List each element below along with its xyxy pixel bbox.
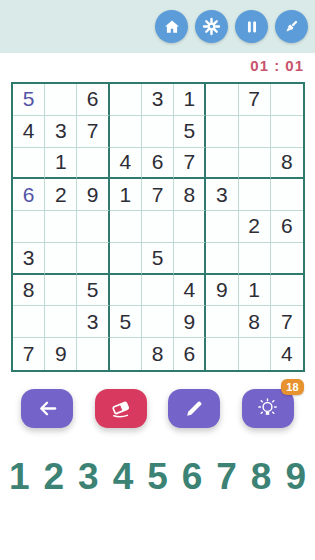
numpad-5[interactable]: 5 — [147, 455, 168, 499]
cell-r7c8[interactable]: 1 — [239, 275, 271, 307]
cell-r3c9[interactable]: 8 — [271, 148, 303, 180]
brush-icon — [282, 17, 301, 36]
numpad-9[interactable]: 9 — [285, 455, 306, 499]
cell-r1c7[interactable] — [206, 84, 238, 116]
cell-r2c9[interactable] — [271, 116, 303, 148]
cell-r9c6[interactable]: 6 — [174, 338, 206, 370]
numpad-2[interactable]: 2 — [44, 455, 65, 499]
hint-count-badge: 18 — [281, 379, 303, 395]
eraser-icon — [109, 397, 132, 420]
cell-r5c7[interactable] — [206, 211, 238, 243]
cell-r9c9[interactable]: 4 — [271, 338, 303, 370]
cell-r3c5[interactable]: 6 — [142, 148, 174, 180]
cell-r6c2[interactable] — [45, 243, 77, 275]
cell-r1c8[interactable]: 7 — [239, 84, 271, 116]
cell-r5c3[interactable] — [77, 211, 109, 243]
number-pad: 1 2 3 4 5 6 7 8 9 — [0, 455, 315, 499]
cell-r8c8[interactable]: 8 — [239, 306, 271, 338]
cell-r1c2[interactable] — [45, 84, 77, 116]
cell-r6c5[interactable]: 5 — [142, 243, 174, 275]
hint-button[interactable]: 18 — [242, 389, 294, 428]
action-toolbar: 18 — [0, 388, 315, 428]
cell-r7c7[interactable]: 9 — [206, 275, 238, 307]
cell-r8c1[interactable] — [13, 306, 45, 338]
cell-r7c3[interactable]: 5 — [77, 275, 109, 307]
cell-r8c4[interactable]: 5 — [110, 306, 142, 338]
cell-r8c5[interactable] — [142, 306, 174, 338]
cell-r4c3[interactable]: 9 — [77, 179, 109, 211]
cell-r3c2[interactable]: 1 — [45, 148, 77, 180]
cell-r4c9[interactable] — [271, 179, 303, 211]
cell-r6c1[interactable]: 3 — [13, 243, 45, 275]
pencil-icon — [184, 398, 205, 419]
cell-r7c2[interactable] — [45, 275, 77, 307]
cell-r9c2[interactable]: 9 — [45, 338, 77, 370]
cell-r7c6[interactable]: 4 — [174, 275, 206, 307]
top-bar — [0, 0, 315, 53]
cell-r5c6[interactable] — [174, 211, 206, 243]
sudoku-app: 01 : 01 56317437514678629178326358549135… — [0, 0, 315, 560]
cell-r3c7[interactable] — [206, 148, 238, 180]
cell-r1c3[interactable]: 6 — [77, 84, 109, 116]
erase-button[interactable] — [95, 389, 147, 428]
cell-r7c5[interactable] — [142, 275, 174, 307]
cell-r4c4[interactable]: 1 — [110, 179, 142, 211]
pause-icon — [243, 18, 261, 36]
settings-button[interactable] — [195, 10, 228, 43]
cell-r4c7[interactable]: 3 — [206, 179, 238, 211]
cell-r5c2[interactable] — [45, 211, 77, 243]
cell-r3c6[interactable]: 7 — [174, 148, 206, 180]
numpad-3[interactable]: 3 — [78, 455, 99, 499]
cell-r3c1[interactable] — [13, 148, 45, 180]
cell-r9c4[interactable] — [110, 338, 142, 370]
cell-r4c1[interactable]: 6 — [13, 179, 45, 211]
numpad-7[interactable]: 7 — [216, 455, 237, 499]
cell-r1c5[interactable]: 3 — [142, 84, 174, 116]
cell-r6c4[interactable] — [110, 243, 142, 275]
cell-r6c6[interactable] — [174, 243, 206, 275]
cell-r6c7[interactable] — [206, 243, 238, 275]
cell-r7c4[interactable] — [110, 275, 142, 307]
cell-r2c1[interactable]: 4 — [13, 116, 45, 148]
cell-r9c7[interactable] — [206, 338, 238, 370]
cell-r6c3[interactable] — [77, 243, 109, 275]
cell-r2c3[interactable]: 7 — [77, 116, 109, 148]
cell-r1c1[interactable]: 5 — [13, 84, 45, 116]
cell-r9c5[interactable]: 8 — [142, 338, 174, 370]
numpad-1[interactable]: 1 — [9, 455, 30, 499]
cell-r2c7[interactable] — [206, 116, 238, 148]
cell-r7c1[interactable]: 8 — [13, 275, 45, 307]
cell-r9c3[interactable] — [77, 338, 109, 370]
cell-r2c5[interactable] — [142, 116, 174, 148]
cell-r8c6[interactable]: 9 — [174, 306, 206, 338]
cell-r3c4[interactable]: 4 — [110, 148, 142, 180]
theme-button[interactable] — [275, 10, 308, 43]
numpad-4[interactable]: 4 — [113, 455, 134, 499]
cell-r6c9[interactable] — [271, 243, 303, 275]
cell-r9c8[interactable] — [239, 338, 271, 370]
cell-r2c8[interactable] — [239, 116, 271, 148]
lightbulb-icon — [256, 397, 279, 420]
cell-r1c4[interactable] — [110, 84, 142, 116]
cell-r9c1[interactable]: 7 — [13, 338, 45, 370]
cell-r4c2[interactable]: 2 — [45, 179, 77, 211]
cell-r2c2[interactable]: 3 — [45, 116, 77, 148]
pencil-button[interactable] — [168, 389, 220, 428]
cell-r1c9[interactable] — [271, 84, 303, 116]
cell-r2c6[interactable]: 5 — [174, 116, 206, 148]
cell-r4c8[interactable] — [239, 179, 271, 211]
cell-r8c3[interactable]: 3 — [77, 306, 109, 338]
cell-r2c4[interactable] — [110, 116, 142, 148]
cell-r8c2[interactable] — [45, 306, 77, 338]
cell-r3c8[interactable] — [239, 148, 271, 180]
cell-r5c4[interactable] — [110, 211, 142, 243]
numpad-8[interactable]: 8 — [251, 455, 272, 499]
undo-arrow-icon — [36, 397, 59, 420]
pause-button[interactable] — [235, 10, 268, 43]
gear-icon — [202, 17, 221, 36]
cell-r6c8[interactable] — [239, 243, 271, 275]
cell-r5c5[interactable] — [142, 211, 174, 243]
cell-r4c5[interactable]: 7 — [142, 179, 174, 211]
cell-r3c3[interactable] — [77, 148, 109, 180]
undo-button[interactable] — [21, 389, 73, 428]
cell-r5c1[interactable] — [13, 211, 45, 243]
cell-r8c7[interactable] — [206, 306, 238, 338]
sudoku-board: 5631743751467862917832635854913598779864 — [11, 82, 305, 372]
home-button[interactable] — [155, 10, 188, 43]
home-icon — [163, 18, 181, 36]
cell-r8c9[interactable]: 7 — [271, 306, 303, 338]
numpad-6[interactable]: 6 — [182, 455, 203, 499]
cell-r1c6[interactable]: 1 — [174, 84, 206, 116]
cell-r5c8[interactable]: 2 — [239, 211, 271, 243]
cell-r4c6[interactable]: 8 — [174, 179, 206, 211]
cell-r5c9[interactable]: 6 — [271, 211, 303, 243]
cell-r7c9[interactable] — [271, 275, 303, 307]
timer: 01 : 01 — [250, 57, 304, 74]
